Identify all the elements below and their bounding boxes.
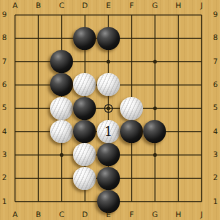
intersection-C4[interactable] [50, 120, 73, 143]
black-stone-E1[interactable] [97, 190, 120, 213]
intersection-G7[interactable] [143, 50, 166, 73]
black-stone-E8[interactable] [97, 27, 120, 50]
intersection-A7[interactable] [3, 50, 26, 73]
intersection-G1[interactable] [143, 190, 166, 213]
white-stone-F5[interactable] [120, 97, 143, 120]
intersection-J9[interactable] [190, 3, 213, 26]
black-stone-D4[interactable] [73, 120, 96, 143]
intersection-D9[interactable] [73, 3, 96, 26]
board-intersections: 1 [3, 3, 213, 213]
intersection-E9[interactable] [97, 3, 120, 26]
intersection-B7[interactable] [27, 50, 50, 73]
intersection-H2[interactable] [167, 167, 190, 190]
intersection-G8[interactable] [143, 27, 166, 50]
intersection-E8[interactable] [97, 27, 120, 50]
go-board: 1 AABBCCDDEEFFGGHHJJ998877665544332211 [0, 0, 220, 220]
white-stone-D3[interactable] [73, 143, 96, 166]
white-stone-E4[interactable]: 1 [97, 120, 120, 143]
intersection-H6[interactable] [167, 73, 190, 96]
intersection-G4[interactable] [143, 120, 166, 143]
intersection-C7[interactable] [50, 50, 73, 73]
black-stone-D5[interactable] [73, 97, 96, 120]
intersection-H8[interactable] [167, 27, 190, 50]
intersection-F6[interactable] [120, 73, 143, 96]
intersection-E2[interactable] [97, 167, 120, 190]
intersection-H7[interactable] [167, 50, 190, 73]
intersection-F2[interactable] [120, 167, 143, 190]
intersection-A2[interactable] [3, 167, 26, 190]
white-stone-C5[interactable] [50, 97, 73, 120]
intersection-D5[interactable] [73, 97, 96, 120]
intersection-D1[interactable] [73, 190, 96, 213]
intersection-A6[interactable] [3, 73, 26, 96]
intersection-G5[interactable] [143, 97, 166, 120]
intersection-D6[interactable] [73, 73, 96, 96]
intersection-B1[interactable] [27, 190, 50, 213]
black-stone-E3[interactable] [97, 143, 120, 166]
intersection-C9[interactable] [50, 3, 73, 26]
intersection-D8[interactable] [73, 27, 96, 50]
intersection-A9[interactable] [3, 3, 26, 26]
intersection-F4[interactable] [120, 120, 143, 143]
intersection-J1[interactable] [190, 190, 213, 213]
intersection-J4[interactable] [190, 120, 213, 143]
intersection-F1[interactable] [120, 190, 143, 213]
intersection-G6[interactable] [143, 73, 166, 96]
intersection-C8[interactable] [50, 27, 73, 50]
black-stone-F4[interactable] [120, 120, 143, 143]
intersection-H5[interactable] [167, 97, 190, 120]
intersection-J3[interactable] [190, 143, 213, 166]
intersection-F5[interactable] [120, 97, 143, 120]
intersection-A8[interactable] [3, 27, 26, 50]
intersection-F3[interactable] [120, 143, 143, 166]
intersection-E7[interactable] [97, 50, 120, 73]
circle-marker-E5 [104, 104, 113, 113]
black-stone-D8[interactable] [73, 27, 96, 50]
intersection-G2[interactable] [143, 167, 166, 190]
intersection-C5[interactable] [50, 97, 73, 120]
white-stone-D6[interactable] [73, 73, 96, 96]
intersection-F9[interactable] [120, 3, 143, 26]
intersection-A4[interactable] [3, 120, 26, 143]
black-stone-C7[interactable] [50, 50, 73, 73]
intersection-H3[interactable] [167, 143, 190, 166]
intersection-D3[interactable] [73, 143, 96, 166]
intersection-D2[interactable] [73, 167, 96, 190]
intersection-H1[interactable] [167, 190, 190, 213]
intersection-B3[interactable] [27, 143, 50, 166]
intersection-D7[interactable] [73, 50, 96, 73]
intersection-B4[interactable] [27, 120, 50, 143]
intersection-E4[interactable]: 1 [97, 120, 120, 143]
intersection-J5[interactable] [190, 97, 213, 120]
intersection-J7[interactable] [190, 50, 213, 73]
intersection-F7[interactable] [120, 50, 143, 73]
black-stone-G4[interactable] [143, 120, 166, 143]
intersection-E3[interactable] [97, 143, 120, 166]
intersection-B9[interactable] [27, 3, 50, 26]
white-stone-D2[interactable] [73, 167, 96, 190]
white-stone-C4[interactable] [50, 120, 73, 143]
intersection-E1[interactable] [97, 190, 120, 213]
intersection-D4[interactable] [73, 120, 96, 143]
intersection-C3[interactable] [50, 143, 73, 166]
intersection-C1[interactable] [50, 190, 73, 213]
intersection-G3[interactable] [143, 143, 166, 166]
intersection-J8[interactable] [190, 27, 213, 50]
intersection-B2[interactable] [27, 167, 50, 190]
intersection-C6[interactable] [50, 73, 73, 96]
intersection-A5[interactable] [3, 97, 26, 120]
intersection-A1[interactable] [3, 190, 26, 213]
white-stone-E6[interactable] [97, 73, 120, 96]
intersection-B8[interactable] [27, 27, 50, 50]
intersection-H4[interactable] [167, 120, 190, 143]
intersection-B6[interactable] [27, 73, 50, 96]
intersection-C2[interactable] [50, 167, 73, 190]
black-stone-E2[interactable] [97, 167, 120, 190]
intersection-G9[interactable] [143, 3, 166, 26]
intersection-H9[interactable] [167, 3, 190, 26]
intersection-F8[interactable] [120, 27, 143, 50]
black-stone-C6[interactable] [50, 73, 73, 96]
intersection-E5[interactable] [97, 97, 120, 120]
intersection-B5[interactable] [27, 97, 50, 120]
move-number-label-E4: 1 [104, 125, 112, 138]
intersection-A3[interactable] [3, 143, 26, 166]
intersection-J6[interactable] [190, 73, 213, 96]
intersection-J2[interactable] [190, 167, 213, 190]
intersection-E6[interactable] [97, 73, 120, 96]
